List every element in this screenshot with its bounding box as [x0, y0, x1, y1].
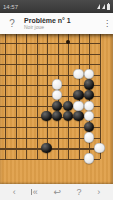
first-move-button[interactable]: « — [31, 184, 38, 200]
undo-arrow-icon: ↩ — [53, 184, 61, 200]
stone-black[interactable] — [41, 111, 51, 121]
stone-white[interactable] — [73, 101, 83, 111]
stone-black[interactable] — [52, 111, 62, 121]
stone-black[interactable] — [63, 111, 73, 121]
overflow-menu-icon[interactable]: ⋮ — [101, 19, 113, 28]
stone-white[interactable] — [84, 101, 94, 111]
next-problem-button[interactable]: › — [97, 184, 100, 200]
stone-black[interactable] — [84, 79, 94, 89]
double-chevron-left-icon: « — [33, 184, 38, 200]
stone-black[interactable] — [84, 122, 94, 132]
battery-icon — [107, 4, 111, 10]
stone-black[interactable] — [73, 111, 83, 121]
stone-white[interactable] — [52, 90, 62, 100]
stone-black[interactable] — [63, 101, 73, 111]
previous-move-button[interactable]: ‹ — [13, 184, 16, 200]
stone-white[interactable] — [84, 111, 94, 121]
title-block: Problème n° 1 Noir joue — [24, 16, 101, 30]
turn-indicator: Noir joue — [24, 25, 101, 31]
signal-icon — [102, 4, 105, 9]
stone-black[interactable] — [41, 143, 51, 153]
hint-button[interactable]: ? — [77, 184, 82, 200]
help-button[interactable]: ? — [0, 18, 24, 29]
stone-white[interactable] — [84, 69, 94, 79]
question-mark-icon: ? — [77, 184, 82, 200]
bottom-toolbar: ‹ « ↩ ? › — [0, 184, 113, 200]
stone-black[interactable] — [52, 101, 62, 111]
undo-button[interactable]: ↩ — [53, 184, 61, 200]
star-point — [66, 40, 70, 44]
status-icons — [97, 4, 111, 10]
stone-black[interactable] — [84, 90, 94, 100]
stone-white[interactable] — [52, 79, 62, 89]
chevron-left-icon: ‹ — [13, 184, 16, 200]
status-bar: 14:57 — [0, 0, 113, 13]
app-toolbar: ? Problème n° 1 Noir joue ⋮ — [0, 13, 113, 34]
stone-white[interactable] — [84, 132, 94, 142]
stone-white[interactable] — [73, 69, 83, 79]
go-stone-grid[interactable] — [0, 37, 105, 164]
chevron-right-icon: › — [97, 184, 100, 200]
stone-black[interactable] — [73, 90, 83, 100]
clock: 14:57 — [3, 4, 18, 10]
wifi-icon — [97, 4, 100, 9]
stone-white[interactable] — [84, 153, 94, 163]
stone-white[interactable] — [94, 143, 104, 153]
app-screen: 14:57 ? Problème n° 1 Noir joue ⋮ ‹ « ↩ … — [0, 0, 113, 200]
go-board[interactable] — [0, 34, 113, 184]
